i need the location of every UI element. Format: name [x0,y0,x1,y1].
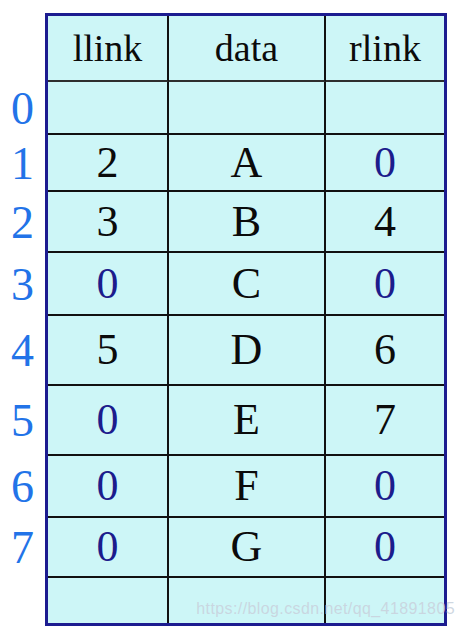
cell-data-3: C [169,253,326,316]
row-index-label: 7 [0,518,45,578]
cell-llink-1: 2 [48,135,169,192]
cell-llink-6: 0 [48,456,169,518]
column-header-llink: llink [48,16,169,82]
cell-rlink-6: 0 [326,456,444,518]
cell-rlink-3: 0 [326,253,444,316]
cell-llink-0 [48,82,169,135]
row-index-label: 2 [0,192,45,253]
row-index-label: 6 [0,456,45,518]
array-representation-diagram: 0 1 2 3 4 5 6 7 llink data rlink 2 A 0 3… [0,0,457,637]
cell-rlink-1: 0 [326,135,444,192]
cell-llink-2: 3 [48,192,169,253]
row-index-label: 4 [0,316,45,386]
cell-data-0 [169,82,326,135]
cell-rlink-7: 0 [326,518,444,578]
cell-data-7: G [169,518,326,578]
row-index-label: 5 [0,386,45,456]
cell-rlink-0 [326,82,444,135]
cell-data-2: B [169,192,326,253]
column-header-rlink: rlink [326,16,444,82]
cell-data-1: A [169,135,326,192]
cell-llink-3: 0 [48,253,169,316]
cell-rlink-5: 7 [326,386,444,456]
llink-data-rlink-table: llink data rlink 2 A 0 3 B 4 0 C 0 5 D 6… [45,13,447,626]
cell-llink-4: 5 [48,316,169,386]
cell-data-footer [169,578,326,623]
row-index-label: 1 [0,135,45,192]
cell-data-4: D [169,316,326,386]
row-index-label: 3 [0,253,45,316]
cell-rlink-footer [326,578,444,623]
cell-llink-footer [48,578,169,623]
cell-data-5: E [169,386,326,456]
cell-data-6: F [169,456,326,518]
cell-llink-7: 0 [48,518,169,578]
column-header-data: data [169,16,326,82]
cell-rlink-2: 4 [326,192,444,253]
cell-llink-5: 0 [48,386,169,456]
row-index-label: 0 [0,82,45,135]
row-index-column: 0 1 2 3 4 5 6 7 [0,16,45,623]
cell-rlink-4: 6 [326,316,444,386]
